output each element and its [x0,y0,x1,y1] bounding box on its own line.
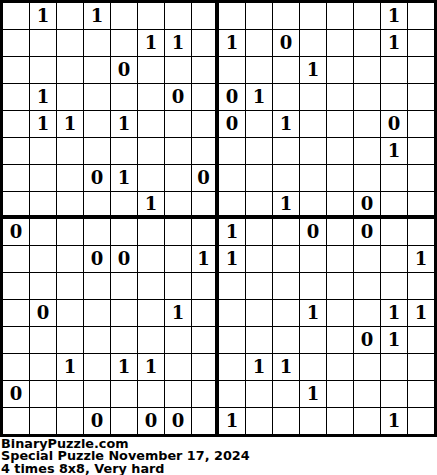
cell-r1-c3-empty[interactable] [57,3,83,29]
cell-r5-c5-given-1: 1 [111,111,137,137]
cell-r16-c4-given-0: 0 [84,408,110,434]
cell-r15-c14-empty[interactable] [354,381,380,407]
cell-r3-c12-given-1: 1 [300,57,326,83]
cell-r12-c4-empty[interactable] [84,300,110,326]
cell-r6-c1-empty[interactable] [3,138,29,164]
cell-r6-c4-empty[interactable] [84,138,110,164]
cell-r3-c1-empty[interactable] [3,57,29,83]
cell-r9-c4-empty[interactable] [84,219,110,245]
cell-r8-c12-empty[interactable] [300,192,326,218]
cell-r13-c12-empty[interactable] [300,327,326,353]
cell-r4-c1-empty[interactable] [3,84,29,110]
cell-r9-c11-empty[interactable] [273,219,299,245]
cell-r2-c4-empty[interactable] [84,30,110,56]
cell-r2-c11-given-0: 0 [273,30,299,56]
cell-r7-c14-empty[interactable] [354,165,380,191]
cell-r8-c8-empty[interactable] [192,192,218,218]
cell-r14-c4-empty[interactable] [84,354,110,380]
cell-r12-c6-empty[interactable] [138,300,164,326]
cell-r7-c12-empty[interactable] [300,165,326,191]
cell-r6-c6-empty[interactable] [138,138,164,164]
cell-r12-c13-empty[interactable] [327,300,353,326]
cell-r13-c13-empty[interactable] [327,327,353,353]
cell-r3-c11-empty[interactable] [273,57,299,83]
cell-r16-c10-empty[interactable] [246,408,272,434]
cell-r7-c15-empty[interactable] [381,165,407,191]
cell-r13-c11-empty[interactable] [273,327,299,353]
cell-r13-c14-given-0: 0 [354,327,380,353]
cell-r13-c16-empty[interactable] [408,327,434,353]
cell-r12-c16-given-1: 1 [408,300,434,326]
cell-r5-c11-given-1: 1 [273,111,299,137]
cell-r1-c6-empty[interactable] [138,3,164,29]
cell-r9-c13-empty[interactable] [327,219,353,245]
cell-r9-c9-given-1: 1 [219,219,245,245]
cell-r2-c5-empty[interactable] [111,30,137,56]
cell-r8-c1-empty[interactable] [3,192,29,218]
cell-r16-c5-empty[interactable] [111,408,137,434]
puzzle-caption: BinaryPuzzle.com Special Puzzle November… [0,437,437,475]
cell-r10-c13-empty[interactable] [327,246,353,272]
cell-r5-c1-empty[interactable] [3,111,29,137]
cell-r6-c9-empty[interactable] [219,138,245,164]
cell-r13-c2-empty[interactable] [30,327,56,353]
cell-r15-c7-empty[interactable] [165,381,191,407]
cell-r10-c11-empty[interactable] [273,246,299,272]
cell-r14-c13-empty[interactable] [327,354,353,380]
cell-r13-c15-given-1: 1 [381,327,407,353]
cell-r16-c3-empty[interactable] [57,408,83,434]
cell-r8-c3-empty[interactable] [57,192,83,218]
cell-r6-c12-empty[interactable] [300,138,326,164]
cell-r5-c6-empty[interactable] [138,111,164,137]
cell-r15-c9-empty[interactable] [219,381,245,407]
cell-r14-c2-empty[interactable] [30,354,56,380]
cell-r10-c7-empty[interactable] [165,246,191,272]
cell-r13-c4-empty[interactable] [84,327,110,353]
cell-r13-c9-empty[interactable] [219,327,245,353]
cell-r13-c8-empty[interactable] [192,327,218,353]
cell-r1-c13-empty[interactable] [327,3,353,29]
cell-r1-c5-empty[interactable] [111,3,137,29]
cell-r1-c10-empty[interactable] [246,3,272,29]
cell-r11-c5-empty[interactable] [111,273,137,299]
cell-r3-c2-empty[interactable] [30,57,56,83]
cell-r8-c7-empty[interactable] [165,192,191,218]
cell-r14-c6-given-1: 1 [138,354,164,380]
cell-r3-c4-empty[interactable] [84,57,110,83]
cell-r3-c3-empty[interactable] [57,57,83,83]
cell-r12-c2-given-0: 0 [30,300,56,326]
cell-r13-c5-empty[interactable] [111,327,137,353]
cell-r4-c4-empty[interactable] [84,84,110,110]
cell-r12-c10-empty[interactable] [246,300,272,326]
cell-r13-c10-empty[interactable] [246,327,272,353]
cell-r6-c11-empty[interactable] [273,138,299,164]
cell-r4-c2-given-1: 1 [30,84,56,110]
cell-r5-c4-empty[interactable] [84,111,110,137]
cell-r16-c2-empty[interactable] [30,408,56,434]
cell-r1-c16-empty[interactable] [408,3,434,29]
cell-r5-c15-given-0: 0 [381,111,407,137]
cell-r5-c3-given-1: 1 [57,111,83,137]
cell-r5-c14-empty[interactable] [354,111,380,137]
cell-r4-c9-given-0: 0 [219,84,245,110]
cell-r9-c10-empty[interactable] [246,219,272,245]
cell-r14-c14-empty[interactable] [354,354,380,380]
puzzle-page: 1111110101100111101010101100100001110111… [0,0,437,475]
cell-r15-c12-given-1: 1 [300,381,326,407]
cell-r16-c15-given-1: 1 [381,408,407,434]
cell-r14-c5-given-1: 1 [111,354,137,380]
cell-r16-c7-given-0: 0 [165,408,191,434]
cell-r2-c15-given-1: 1 [381,30,407,56]
cell-r8-c10-empty[interactable] [246,192,272,218]
cell-r1-c15-given-1: 1 [381,3,407,29]
cell-r11-c13-empty[interactable] [327,273,353,299]
cell-r6-c5-empty[interactable] [111,138,137,164]
cell-r3-c6-empty[interactable] [138,57,164,83]
cell-r5-c8-empty[interactable] [192,111,218,137]
cell-r6-c3-empty[interactable] [57,138,83,164]
cell-r16-c9-given-1: 1 [219,408,245,434]
cell-r10-c6-empty[interactable] [138,246,164,272]
cell-r7-c16-empty[interactable] [408,165,434,191]
cell-r8-c11-given-1: 1 [273,192,299,218]
cell-r11-c10-empty[interactable] [246,273,272,299]
cell-r2-c2-empty[interactable] [30,30,56,56]
cell-r12-c14-empty[interactable] [354,300,380,326]
puzzle-spec: 4 times 8x8, Very hard [1,463,437,475]
cell-r11-c8-empty[interactable] [192,273,218,299]
cell-r6-c16-empty[interactable] [408,138,434,164]
cell-r7-c3-empty[interactable] [57,165,83,191]
cell-r7-c7-empty[interactable] [165,165,191,191]
cell-r9-c15-empty[interactable] [381,219,407,245]
cell-r5-c9-given-0: 0 [219,111,245,137]
cell-r10-c16-given-1: 1 [408,246,434,272]
cell-r11-c12-empty[interactable] [300,273,326,299]
cell-r7-c10-empty[interactable] [246,165,272,191]
cell-r8-c16-empty[interactable] [408,192,434,218]
cell-r8-c2-empty[interactable] [30,192,56,218]
cell-r12-c9-empty[interactable] [219,300,245,326]
cell-r5-c13-empty[interactable] [327,111,353,137]
cell-r10-c8-given-1: 1 [192,246,218,272]
cell-r1-c14-empty[interactable] [354,3,380,29]
cell-r15-c8-empty[interactable] [192,381,218,407]
cell-r11-c3-empty[interactable] [57,273,83,299]
cell-r10-c12-empty[interactable] [300,246,326,272]
cell-r7-c8-given-0: 0 [192,165,218,191]
cell-r14-c12-empty[interactable] [300,354,326,380]
cell-r16-c1-empty[interactable] [3,408,29,434]
cell-r12-c1-empty[interactable] [3,300,29,326]
cell-r8-c13-empty[interactable] [327,192,353,218]
cell-r13-c1-empty[interactable] [3,327,29,353]
cell-r11-c2-empty[interactable] [30,273,56,299]
cell-r8-c5-empty[interactable] [111,192,137,218]
cell-r10-c15-empty[interactable] [381,246,407,272]
cell-r4-c8-empty[interactable] [192,84,218,110]
cell-r2-c3-empty[interactable] [57,30,83,56]
cell-r2-c10-empty[interactable] [246,30,272,56]
cell-r12-c3-empty[interactable] [57,300,83,326]
cell-r15-c4-empty[interactable] [84,381,110,407]
cell-r6-c14-empty[interactable] [354,138,380,164]
cell-r4-c15-empty[interactable] [381,84,407,110]
cell-r14-c15-empty[interactable] [381,354,407,380]
cell-r4-c3-empty[interactable] [57,84,83,110]
cell-r16-c11-empty[interactable] [273,408,299,434]
cell-r9-c7-empty[interactable] [165,219,191,245]
cell-r15-c11-empty[interactable] [273,381,299,407]
cell-r11-c9-empty[interactable] [219,273,245,299]
cell-r4-c7-given-0: 0 [165,84,191,110]
cell-r3-c14-empty[interactable] [354,57,380,83]
cell-r2-c14-empty[interactable] [354,30,380,56]
cell-r15-c10-empty[interactable] [246,381,272,407]
cell-r12-c8-empty[interactable] [192,300,218,326]
cell-r5-c2-given-1: 1 [30,111,56,137]
cell-r3-c8-empty[interactable] [192,57,218,83]
cell-r1-c2-given-1: 1 [30,3,56,29]
cell-r16-c16-empty[interactable] [408,408,434,434]
cell-r15-c16-empty[interactable] [408,381,434,407]
cell-r16-c12-empty[interactable] [300,408,326,434]
cell-r6-c7-empty[interactable] [165,138,191,164]
cell-r14-c8-empty[interactable] [192,354,218,380]
cell-r1-c12-empty[interactable] [300,3,326,29]
cell-r3-c15-empty[interactable] [381,57,407,83]
cell-r11-c16-empty[interactable] [408,273,434,299]
cell-r3-c9-empty[interactable] [219,57,245,83]
cell-r14-c11-given-1: 1 [273,354,299,380]
cell-r3-c13-empty[interactable] [327,57,353,83]
cell-r9-c6-empty[interactable] [138,219,164,245]
cell-r11-c4-empty[interactable] [84,273,110,299]
cell-r12-c15-given-1: 1 [381,300,407,326]
cell-r9-c5-empty[interactable] [111,219,137,245]
cell-r1-c4-given-1: 1 [84,3,110,29]
cell-r6-c13-empty[interactable] [327,138,353,164]
cell-r9-c16-empty[interactable] [408,219,434,245]
cell-r3-c7-empty[interactable] [165,57,191,83]
cell-r14-c16-empty[interactable] [408,354,434,380]
cell-r9-c1-given-0: 0 [3,219,29,245]
cell-r11-c1-empty[interactable] [3,273,29,299]
cell-r2-c6-given-1: 1 [138,30,164,56]
cell-r4-c14-empty[interactable] [354,84,380,110]
cell-r2-c8-empty[interactable] [192,30,218,56]
cell-r9-c14-given-0: 0 [354,219,380,245]
cell-r15-c2-empty[interactable] [30,381,56,407]
cell-r10-c10-empty[interactable] [246,246,272,272]
cell-r13-c7-empty[interactable] [165,327,191,353]
cell-r14-c7-empty[interactable] [165,354,191,380]
cell-r4-c10-given-1: 1 [246,84,272,110]
cell-r4-c11-empty[interactable] [273,84,299,110]
cell-r11-c7-empty[interactable] [165,273,191,299]
cell-r15-c6-empty[interactable] [138,381,164,407]
cell-r5-c12-empty[interactable] [300,111,326,137]
binary-puzzle-grid: 1111110101100111101010101100100001110111… [0,0,437,437]
cell-r7-c4-given-0: 0 [84,165,110,191]
cell-r5-c16-empty[interactable] [408,111,434,137]
cell-r15-c5-empty[interactable] [111,381,137,407]
cell-r10-c4-given-0: 0 [84,246,110,272]
cell-r6-c2-empty[interactable] [30,138,56,164]
cell-r3-c16-empty[interactable] [408,57,434,83]
cell-r5-c10-empty[interactable] [246,111,272,137]
cell-r11-c15-empty[interactable] [381,273,407,299]
cell-r4-c6-empty[interactable] [138,84,164,110]
cell-r16-c8-empty[interactable] [192,408,218,434]
cell-r7-c2-empty[interactable] [30,165,56,191]
cell-r16-c6-given-0: 0 [138,408,164,434]
cell-r6-c8-empty[interactable] [192,138,218,164]
cell-r11-c6-empty[interactable] [138,273,164,299]
cell-r12-c5-empty[interactable] [111,300,137,326]
cell-r10-c2-empty[interactable] [30,246,56,272]
cell-r2-c7-given-1: 1 [165,30,191,56]
cell-r16-c13-empty[interactable] [327,408,353,434]
cell-r2-c12-empty[interactable] [300,30,326,56]
cell-r1-c9-empty[interactable] [219,3,245,29]
cell-r11-c11-empty[interactable] [273,273,299,299]
cell-r14-c1-empty[interactable] [3,354,29,380]
cell-r3-c5-given-0: 0 [111,57,137,83]
cell-r12-c11-empty[interactable] [273,300,299,326]
cell-r13-c6-empty[interactable] [138,327,164,353]
cell-r7-c6-empty[interactable] [138,165,164,191]
cell-r2-c9-given-1: 1 [219,30,245,56]
cell-r10-c9-given-1: 1 [219,246,245,272]
cell-r8-c9-empty[interactable] [219,192,245,218]
cell-r7-c1-empty[interactable] [3,165,29,191]
cell-r9-c8-empty[interactable] [192,219,218,245]
cell-r8-c15-empty[interactable] [381,192,407,218]
cell-r1-c11-empty[interactable] [273,3,299,29]
cell-r9-c2-empty[interactable] [30,219,56,245]
cell-r15-c13-empty[interactable] [327,381,353,407]
cell-r10-c3-empty[interactable] [57,246,83,272]
cell-r12-c12-given-1: 1 [300,300,326,326]
cell-r4-c16-empty[interactable] [408,84,434,110]
cell-r11-c14-empty[interactable] [354,273,380,299]
cell-r7-c9-empty[interactable] [219,165,245,191]
cell-r2-c1-empty[interactable] [3,30,29,56]
cell-r9-c12-given-0: 0 [300,219,326,245]
cell-r13-c3-empty[interactable] [57,327,83,353]
cell-r7-c13-empty[interactable] [327,165,353,191]
cell-r14-c3-given-1: 1 [57,354,83,380]
cell-r15-c1-given-0: 0 [3,381,29,407]
cell-r2-c16-empty[interactable] [408,30,434,56]
cell-r1-c7-empty[interactable] [165,3,191,29]
cell-r16-c14-empty[interactable] [354,408,380,434]
cell-r8-c4-empty[interactable] [84,192,110,218]
cell-r10-c5-given-0: 0 [111,246,137,272]
cell-r4-c5-empty[interactable] [111,84,137,110]
cell-r7-c5-given-1: 1 [111,165,137,191]
cell-r14-c10-given-1: 1 [246,354,272,380]
cell-r2-c13-empty[interactable] [327,30,353,56]
cell-r4-c13-empty[interactable] [327,84,353,110]
cell-r14-c9-empty[interactable] [219,354,245,380]
cell-r15-c3-empty[interactable] [57,381,83,407]
cell-r1-c8-empty[interactable] [192,3,218,29]
cell-r4-c12-empty[interactable] [300,84,326,110]
cell-r10-c14-empty[interactable] [354,246,380,272]
cell-r5-c7-empty[interactable] [165,111,191,137]
cell-r8-c14-given-0: 0 [354,192,380,218]
cell-r15-c15-empty[interactable] [381,381,407,407]
cell-r9-c3-empty[interactable] [57,219,83,245]
cell-r1-c1-empty[interactable] [3,3,29,29]
cell-r6-c10-empty[interactable] [246,138,272,164]
cell-r3-c10-empty[interactable] [246,57,272,83]
cell-r8-c6-given-1: 1 [138,192,164,218]
cell-r10-c1-empty[interactable] [3,246,29,272]
cell-r6-c15-given-1: 1 [381,138,407,164]
cell-r12-c7-given-1: 1 [165,300,191,326]
cell-r7-c11-empty[interactable] [273,165,299,191]
